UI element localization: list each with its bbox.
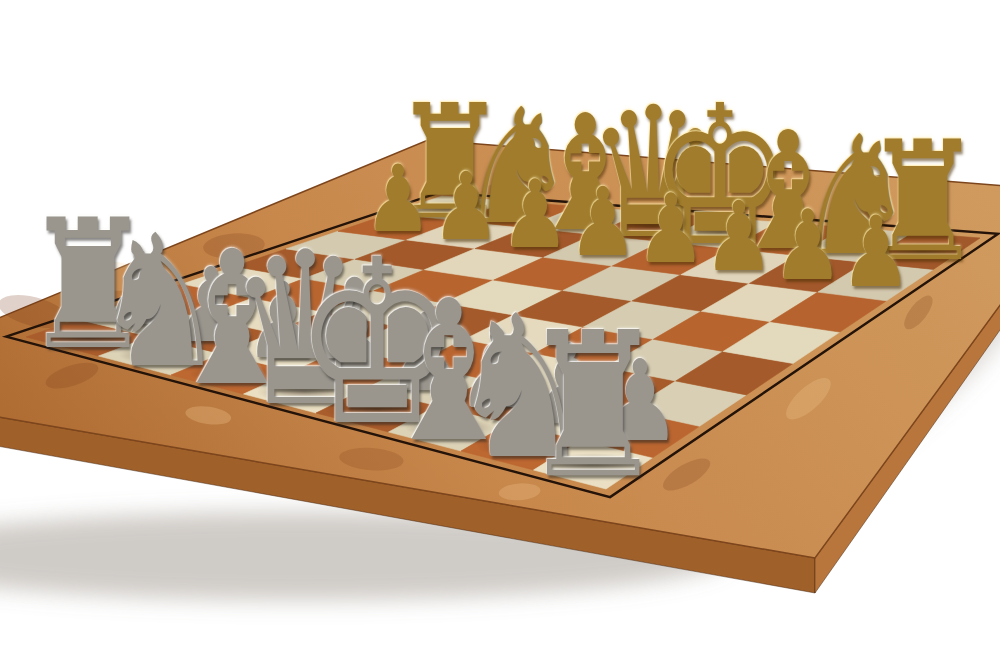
pieces-layer: ♜♞♝♛♟♚♟♝♟♞♟♜♟♟♟♟♟♟♜♟♞♟♝♟♛♟♚♟♝♟♞♜: [0, 0, 1000, 656]
chess-set-photo: ♜♞♝♛♟♚♟♝♟♞♟♜♟♟♟♟♟♟♜♟♞♟♝♟♛♟♚♟♝♟♞♜: [0, 0, 1000, 656]
brass-pawn-glyph: ♟: [500, 168, 569, 262]
brass-pawn-glyph: ♟: [840, 204, 912, 302]
brass-pawn-glyph: ♟: [636, 182, 706, 278]
brass-pawn-glyph: ♟: [704, 189, 775, 285]
brass-pawn-glyph: ♟: [772, 197, 843, 294]
pewter-rook-glyph: ♜: [520, 306, 667, 506]
brass-pawn-glyph: ♟: [568, 175, 638, 270]
